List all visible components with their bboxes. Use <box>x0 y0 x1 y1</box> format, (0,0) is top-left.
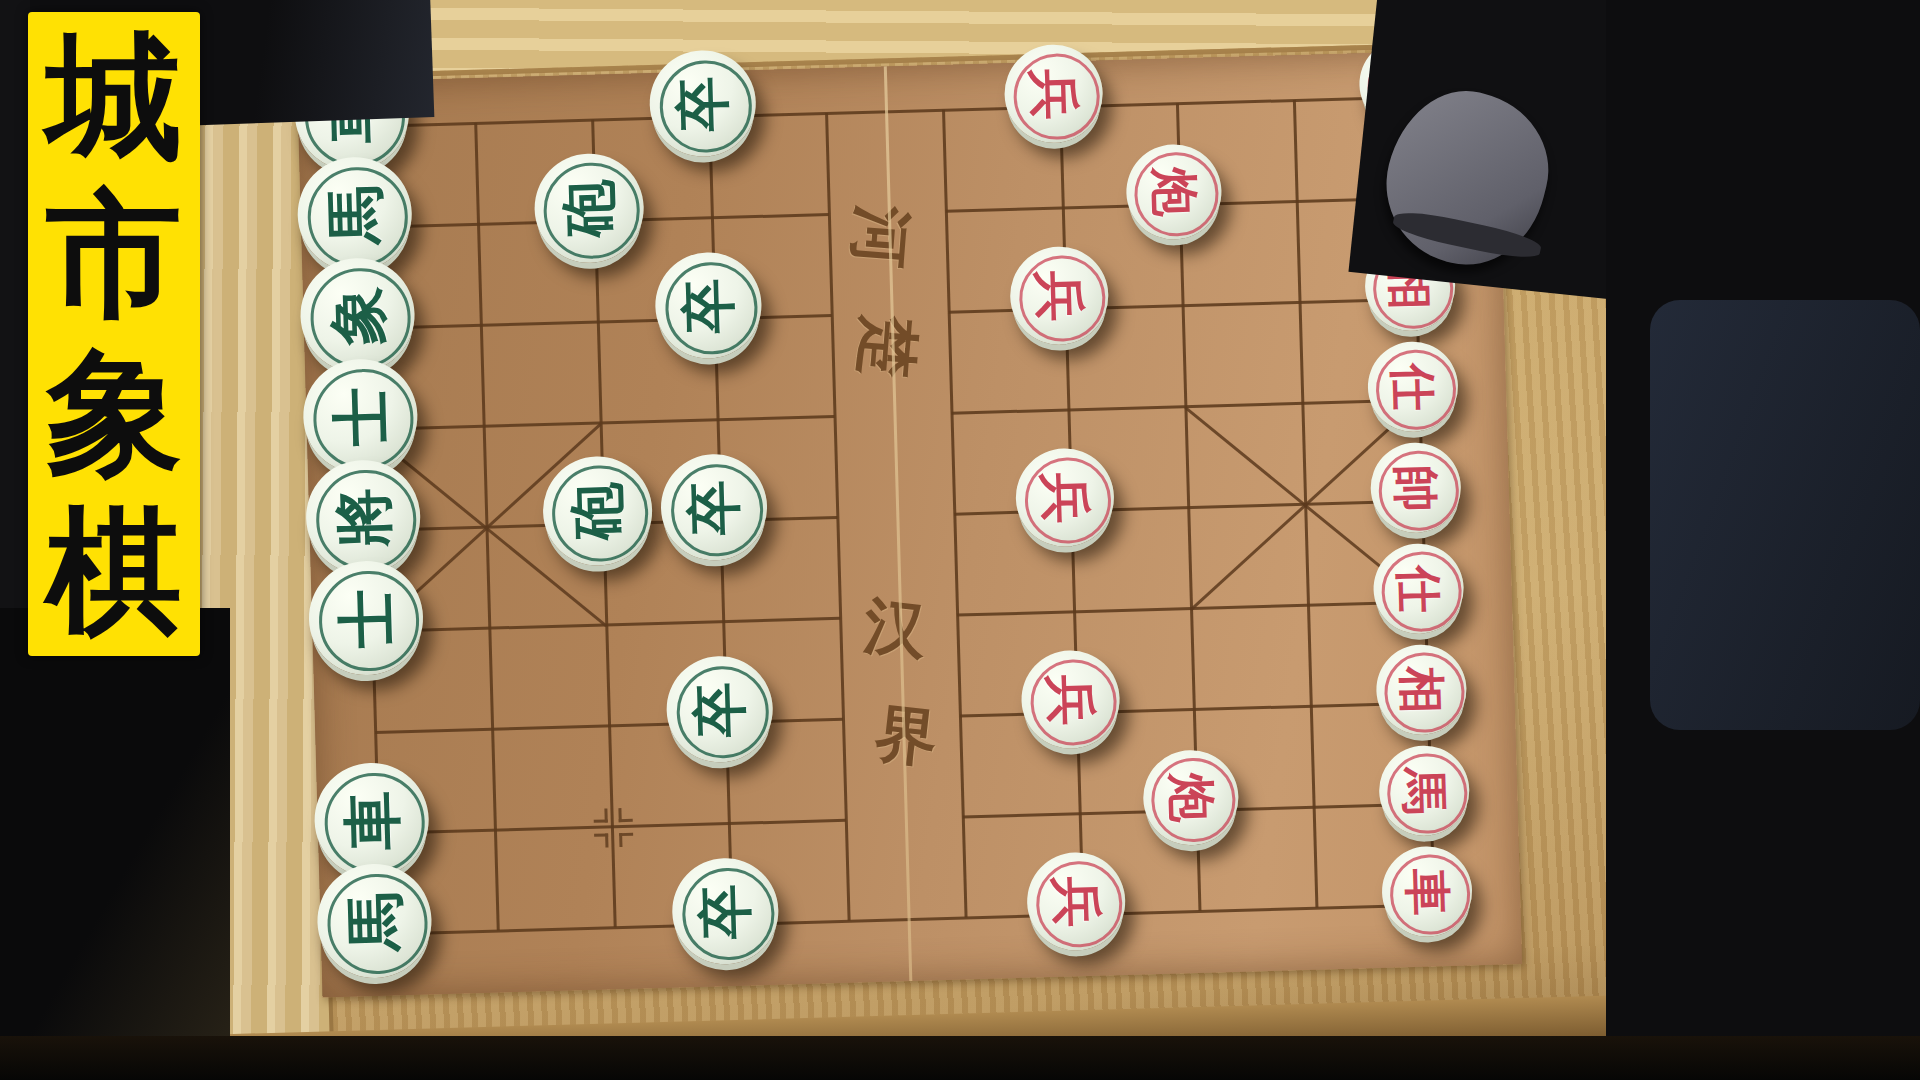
banner-char-cheng: 城 <box>46 26 182 169</box>
piece-green-士[interactable]: 士 <box>307 560 424 677</box>
banner-char-qi: 棋 <box>46 500 182 643</box>
river-text-he: 河 <box>836 202 925 270</box>
piece-character: 將 <box>333 487 394 548</box>
piece-character: 相 <box>1397 666 1445 714</box>
piece-green-卒[interactable]: 卒 <box>660 453 769 562</box>
piece-green-象[interactable]: 象 <box>299 257 416 374</box>
piece-green-卒[interactable]: 卒 <box>671 857 780 966</box>
piece-red-仕[interactable]: 仕 <box>1367 341 1459 433</box>
piece-character: 卒 <box>686 479 743 536</box>
piece-green-卒[interactable]: 卒 <box>665 655 774 764</box>
board-fold-seam <box>883 66 912 981</box>
dark-background-bottom <box>0 1036 1920 1080</box>
piece-character: 兵 <box>1033 269 1085 321</box>
banner-char-xiang: 象 <box>46 342 182 485</box>
piece-red-炮[interactable]: 炮 <box>1125 143 1223 241</box>
piece-character: 馬 <box>344 891 405 952</box>
piece-character: 卒 <box>674 75 731 132</box>
piece-character: 兵 <box>1050 875 1102 927</box>
piece-red-兵[interactable]: 兵 <box>1026 851 1127 952</box>
piece-red-帥[interactable]: 帥 <box>1370 442 1462 534</box>
river-text-jie: 界 <box>871 691 942 781</box>
piece-character: 兵 <box>1027 68 1079 120</box>
piece-red-車[interactable]: 車 <box>1381 845 1473 937</box>
piece-character: 士 <box>336 588 397 649</box>
piece-green-馬[interactable]: 馬 <box>296 156 413 273</box>
piece-green-將[interactable]: 將 <box>305 459 422 576</box>
piece-character: 兵 <box>1039 471 1091 523</box>
photo-scene: 河 楚 汉 界 車馬象士將士車馬砲砲卒卒卒卒卒兵兵兵兵兵炮炮車馬相仕帥仕相馬車 … <box>0 0 1920 1080</box>
piece-red-炮[interactable]: 炮 <box>1141 748 1239 846</box>
piece-red-兵[interactable]: 兵 <box>1020 649 1121 750</box>
position-marker <box>618 808 632 822</box>
piece-green-砲[interactable]: 砲 <box>541 455 653 567</box>
piece-red-馬[interactable]: 馬 <box>1378 744 1470 836</box>
piece-character: 馬 <box>324 184 385 245</box>
piece-character: 炮 <box>1148 166 1198 216</box>
xiangqi-board[interactable]: 河 楚 汉 界 車馬象士將士車馬砲砲卒卒卒卒卒兵兵兵兵兵炮炮車馬相仕帥仕相馬車 <box>297 49 1522 997</box>
piece-green-砲[interactable]: 砲 <box>533 152 645 264</box>
spectator-leg-shape <box>1650 300 1920 730</box>
piece-character: 車 <box>1403 867 1451 915</box>
piece-red-兵[interactable]: 兵 <box>1003 43 1104 144</box>
position-marker <box>594 833 608 847</box>
piece-green-馬[interactable]: 馬 <box>316 862 433 979</box>
piece-character: 砲 <box>568 481 627 540</box>
piece-green-車[interactable]: 車 <box>313 761 430 878</box>
piece-character: 炮 <box>1165 772 1215 822</box>
piece-character: 卒 <box>697 883 754 940</box>
river-text-chu: 楚 <box>843 312 932 380</box>
piece-character: 馬 <box>1400 766 1448 814</box>
piece-character: 仕 <box>1394 565 1442 613</box>
piece-red-仕[interactable]: 仕 <box>1372 542 1464 634</box>
piece-character: 象 <box>327 285 388 346</box>
piece-character: 士 <box>330 386 391 447</box>
piece-red-兵[interactable]: 兵 <box>1009 245 1110 346</box>
piece-character: 兵 <box>1044 673 1096 725</box>
piece-character: 帥 <box>1392 464 1440 512</box>
piece-character: 車 <box>341 790 402 851</box>
piece-character: 卒 <box>680 277 737 334</box>
position-marker <box>593 808 607 822</box>
piece-red-兵[interactable]: 兵 <box>1015 447 1116 548</box>
piece-red-相[interactable]: 相 <box>1375 643 1467 735</box>
piece-character: 卒 <box>691 681 748 738</box>
river-text-han: 汉 <box>860 583 931 673</box>
dark-background-bottom-left <box>0 608 230 1080</box>
piece-character: 砲 <box>559 178 618 237</box>
banner-char-shi: 市 <box>46 184 182 327</box>
title-banner: 城 市 象 棋 <box>28 12 200 656</box>
piece-green-卒[interactable]: 卒 <box>654 251 763 360</box>
position-marker <box>619 833 633 847</box>
piece-character: 仕 <box>1389 363 1437 411</box>
